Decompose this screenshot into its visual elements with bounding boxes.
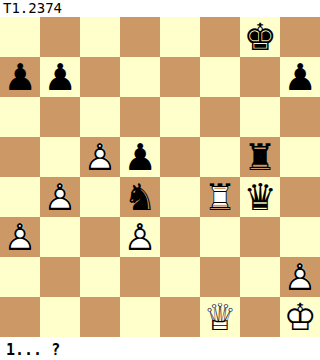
square-d1[interactable] bbox=[120, 297, 160, 337]
piece-outline-glyph: ♙ bbox=[120, 217, 160, 257]
square-e3[interactable] bbox=[160, 217, 200, 257]
square-h1[interactable]: ♚♔ bbox=[280, 297, 320, 337]
square-c8[interactable] bbox=[80, 17, 120, 57]
square-d3[interactable]: ♟♙ bbox=[120, 217, 160, 257]
square-d6[interactable] bbox=[120, 97, 160, 137]
square-b4[interactable]: ♟♙ bbox=[40, 177, 80, 217]
square-c3[interactable] bbox=[80, 217, 120, 257]
square-g3[interactable] bbox=[240, 217, 280, 257]
square-e5[interactable] bbox=[160, 137, 200, 177]
white-king[interactable]: ♚♔ bbox=[280, 297, 320, 337]
piece-glyph: ♞ bbox=[120, 177, 160, 217]
square-a5[interactable] bbox=[0, 137, 40, 177]
black-pawn[interactable]: ♟ bbox=[40, 57, 80, 97]
square-a1[interactable] bbox=[0, 297, 40, 337]
square-d4[interactable]: ♞ bbox=[120, 177, 160, 217]
square-a4[interactable] bbox=[0, 177, 40, 217]
square-g5[interactable]: ♜ bbox=[240, 137, 280, 177]
white-pawn[interactable]: ♟♙ bbox=[80, 137, 120, 177]
chess-board: ♚♟♟♟♟♙♟♜♟♙♞♜♖♛♟♙♟♙♟♙♛♕♚♔ bbox=[0, 17, 320, 337]
square-e1[interactable] bbox=[160, 297, 200, 337]
square-f1[interactable]: ♛♕ bbox=[200, 297, 240, 337]
square-e2[interactable] bbox=[160, 257, 200, 297]
square-h8[interactable] bbox=[280, 17, 320, 57]
square-a3[interactable]: ♟♙ bbox=[0, 217, 40, 257]
piece-glyph: ♟ bbox=[280, 57, 320, 97]
square-e4[interactable] bbox=[160, 177, 200, 217]
piece-glyph: ♜ bbox=[240, 137, 280, 177]
square-h5[interactable] bbox=[280, 137, 320, 177]
square-g7[interactable] bbox=[240, 57, 280, 97]
square-e6[interactable] bbox=[160, 97, 200, 137]
piece-glyph: ♚ bbox=[240, 17, 280, 57]
piece-outline-glyph: ♙ bbox=[40, 177, 80, 217]
square-a2[interactable] bbox=[0, 257, 40, 297]
square-f8[interactable] bbox=[200, 17, 240, 57]
square-f6[interactable] bbox=[200, 97, 240, 137]
square-b7[interactable]: ♟ bbox=[40, 57, 80, 97]
white-pawn[interactable]: ♟♙ bbox=[280, 257, 320, 297]
white-pawn[interactable]: ♟♙ bbox=[40, 177, 80, 217]
square-c6[interactable] bbox=[80, 97, 120, 137]
piece-glyph: ♛ bbox=[240, 177, 280, 217]
square-a7[interactable]: ♟ bbox=[0, 57, 40, 97]
square-f7[interactable] bbox=[200, 57, 240, 97]
square-f3[interactable] bbox=[200, 217, 240, 257]
piece-outline-glyph: ♖ bbox=[200, 177, 240, 217]
square-h6[interactable] bbox=[280, 97, 320, 137]
piece-outline-glyph: ♙ bbox=[80, 137, 120, 177]
square-a8[interactable] bbox=[0, 17, 40, 57]
square-h7[interactable]: ♟ bbox=[280, 57, 320, 97]
piece-outline-glyph: ♔ bbox=[280, 297, 320, 337]
square-e8[interactable] bbox=[160, 17, 200, 57]
square-c5[interactable]: ♟♙ bbox=[80, 137, 120, 177]
square-c2[interactable] bbox=[80, 257, 120, 297]
black-pawn[interactable]: ♟ bbox=[120, 137, 160, 177]
square-b8[interactable] bbox=[40, 17, 80, 57]
square-d2[interactable] bbox=[120, 257, 160, 297]
square-b3[interactable] bbox=[40, 217, 80, 257]
square-b6[interactable] bbox=[40, 97, 80, 137]
white-queen[interactable]: ♛♕ bbox=[200, 297, 240, 337]
white-rook[interactable]: ♜♖ bbox=[200, 177, 240, 217]
square-g1[interactable] bbox=[240, 297, 280, 337]
piece-outline-glyph: ♙ bbox=[280, 257, 320, 297]
square-b2[interactable] bbox=[40, 257, 80, 297]
square-h2[interactable]: ♟♙ bbox=[280, 257, 320, 297]
square-f5[interactable] bbox=[200, 137, 240, 177]
square-c4[interactable] bbox=[80, 177, 120, 217]
white-pawn[interactable]: ♟♙ bbox=[0, 217, 40, 257]
black-king[interactable]: ♚ bbox=[240, 17, 280, 57]
black-rook[interactable]: ♜ bbox=[240, 137, 280, 177]
square-e7[interactable] bbox=[160, 57, 200, 97]
square-f4[interactable]: ♜♖ bbox=[200, 177, 240, 217]
square-c7[interactable] bbox=[80, 57, 120, 97]
square-g2[interactable] bbox=[240, 257, 280, 297]
black-pawn[interactable]: ♟ bbox=[0, 57, 40, 97]
move-prompt: 1... ? bbox=[0, 337, 320, 360]
piece-outline-glyph: ♕ bbox=[200, 297, 240, 337]
piece-glyph: ♟ bbox=[0, 57, 40, 97]
square-d5[interactable]: ♟ bbox=[120, 137, 160, 177]
white-pawn[interactable]: ♟♙ bbox=[120, 217, 160, 257]
square-d7[interactable] bbox=[120, 57, 160, 97]
black-queen[interactable]: ♛ bbox=[240, 177, 280, 217]
piece-outline-glyph: ♙ bbox=[0, 217, 40, 257]
black-pawn[interactable]: ♟ bbox=[280, 57, 320, 97]
square-g8[interactable]: ♚ bbox=[240, 17, 280, 57]
puzzle-id: T1.2374 bbox=[0, 0, 320, 17]
square-b1[interactable] bbox=[40, 297, 80, 337]
square-g4[interactable]: ♛ bbox=[240, 177, 280, 217]
square-d8[interactable] bbox=[120, 17, 160, 57]
square-h3[interactable] bbox=[280, 217, 320, 257]
square-c1[interactable] bbox=[80, 297, 120, 337]
square-a6[interactable] bbox=[0, 97, 40, 137]
black-knight[interactable]: ♞ bbox=[120, 177, 160, 217]
piece-glyph: ♟ bbox=[40, 57, 80, 97]
square-f2[interactable] bbox=[200, 257, 240, 297]
square-g6[interactable] bbox=[240, 97, 280, 137]
square-h4[interactable] bbox=[280, 177, 320, 217]
square-b5[interactable] bbox=[40, 137, 80, 177]
piece-glyph: ♟ bbox=[120, 137, 160, 177]
